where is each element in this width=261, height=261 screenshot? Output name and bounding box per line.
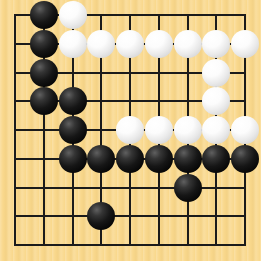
white-stone-c6-r5 <box>145 116 173 144</box>
black-stone-c4-r8 <box>87 202 115 230</box>
black-stone-c8-r6 <box>202 145 230 173</box>
black-stone-c9-r6 <box>231 145 259 173</box>
white-stone-c6-r2 <box>145 30 173 58</box>
white-stone-c9-r5 <box>231 116 259 144</box>
black-stone-c4-r6 <box>87 145 115 173</box>
black-stone-c3-r4 <box>59 87 87 115</box>
black-stone-c2-r3 <box>30 59 58 87</box>
white-stone-c8-r2 <box>202 30 230 58</box>
black-stone-c2-r4 <box>30 87 58 115</box>
white-stone-c9-r2 <box>231 30 259 58</box>
black-stone-c3-r6 <box>59 145 87 173</box>
white-stone-c8-r3 <box>202 59 230 87</box>
black-stone-c7-r7 <box>174 174 202 202</box>
white-stone-c3-r1 <box>59 1 87 29</box>
black-stone-c2-r2 <box>30 30 58 58</box>
black-stone-c5-r6 <box>116 145 144 173</box>
black-stone-c3-r5 <box>59 116 87 144</box>
white-stone-c7-r5 <box>174 116 202 144</box>
white-stone-c5-r2 <box>116 30 144 58</box>
white-stone-c7-r2 <box>174 30 202 58</box>
black-stone-c7-r6 <box>174 145 202 173</box>
black-stone-c2-r1 <box>30 1 58 29</box>
go-board[interactable] <box>0 0 261 261</box>
white-stone-c3-r2 <box>59 30 87 58</box>
black-stone-c6-r6 <box>145 145 173 173</box>
white-stone-c8-r4 <box>202 87 230 115</box>
white-stone-c5-r5 <box>116 116 144 144</box>
stones-layer <box>0 0 261 261</box>
white-stone-c4-r2 <box>87 30 115 58</box>
white-stone-c8-r5 <box>202 116 230 144</box>
